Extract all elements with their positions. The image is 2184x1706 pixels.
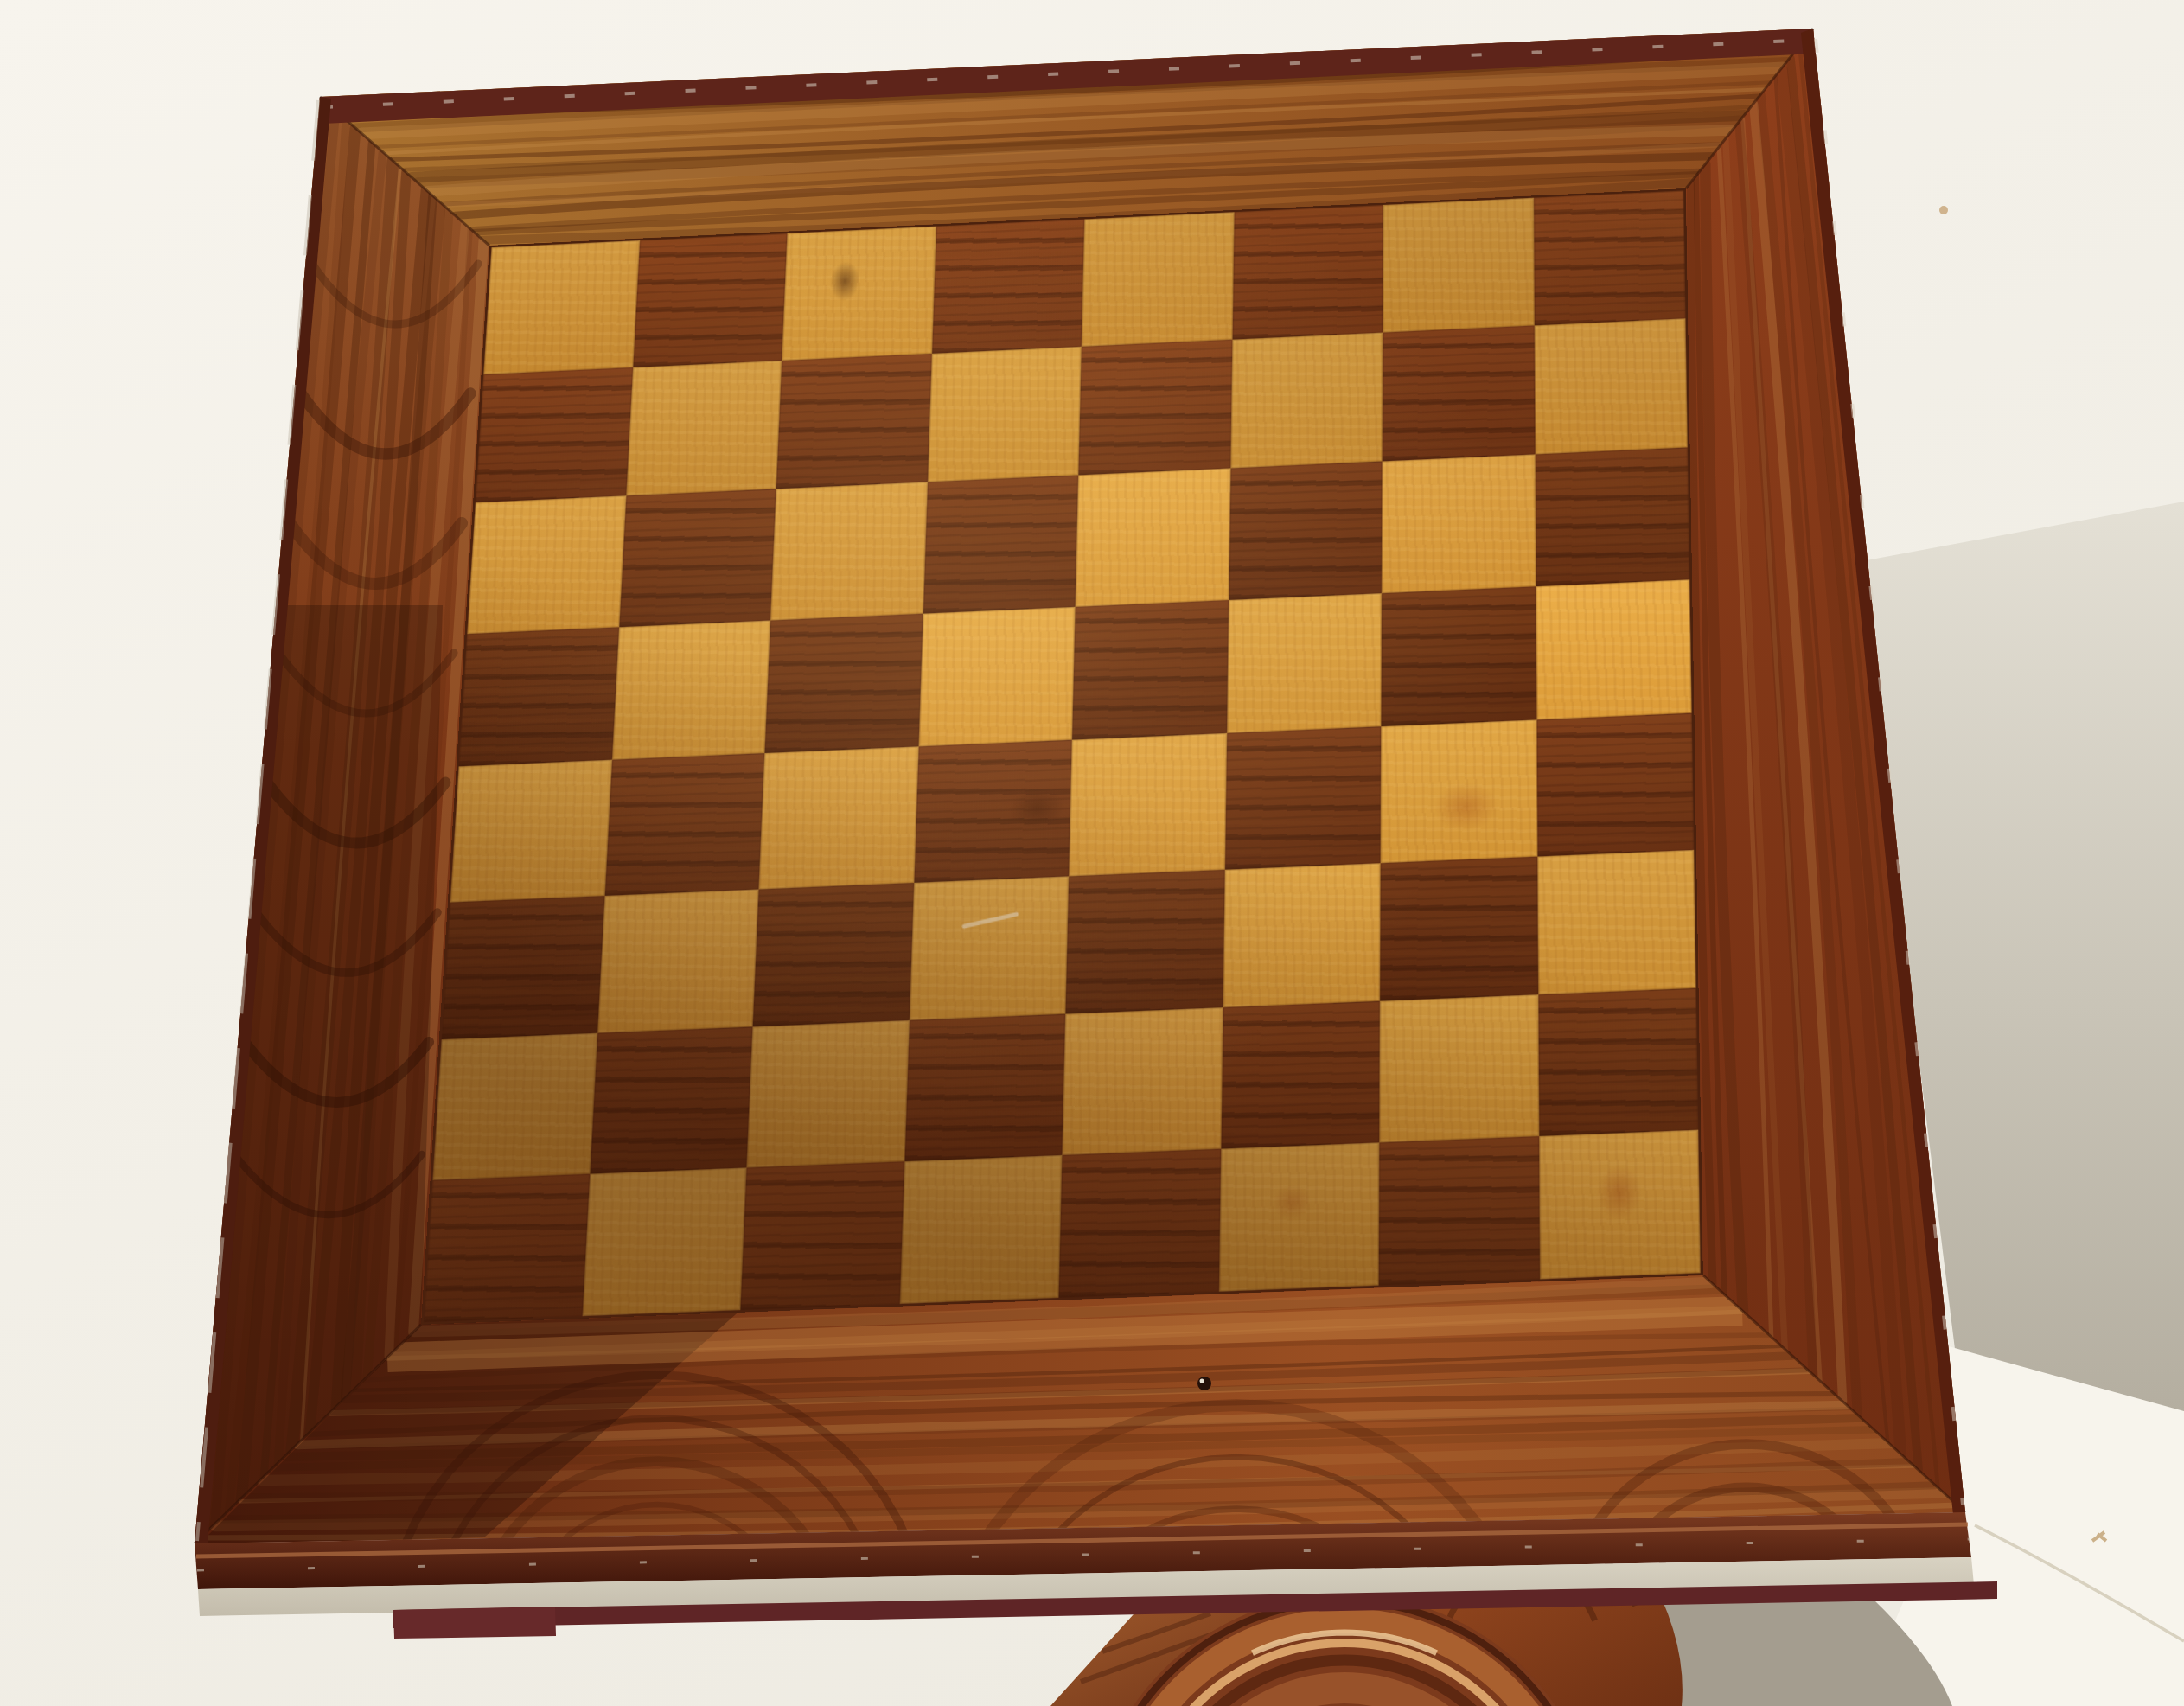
square-e2[interactable] (1062, 1007, 1222, 1154)
square-e4[interactable] (1069, 733, 1226, 876)
square-d5[interactable] (918, 606, 1076, 746)
stain-mark (1264, 1178, 1319, 1228)
square-d8[interactable] (931, 219, 1084, 353)
square-b6[interactable] (619, 489, 776, 626)
square-a3[interactable] (442, 895, 604, 1039)
square-f1[interactable] (1218, 1142, 1379, 1292)
knot-mark (997, 780, 1076, 838)
square-a6[interactable] (467, 495, 625, 633)
square-b1[interactable] (582, 1167, 747, 1316)
square-h3[interactable] (1537, 849, 1696, 994)
square-d4[interactable] (914, 740, 1072, 883)
square-c8[interactable] (782, 227, 936, 361)
chessboard (421, 188, 1703, 1325)
pin-hole-glint (1200, 1379, 1204, 1383)
square-f3[interactable] (1223, 863, 1381, 1008)
square-h8[interactable] (1533, 190, 1685, 324)
screenshot-root (0, 0, 2184, 1706)
square-d3[interactable] (909, 876, 1069, 1020)
smudge-mark (823, 252, 866, 310)
square-e6[interactable] (1076, 468, 1230, 606)
square-e1[interactable] (1058, 1148, 1220, 1298)
square-h6[interactable] (1535, 447, 1689, 585)
stain-mark (1421, 771, 1512, 843)
square-a4[interactable] (450, 760, 611, 902)
square-d1[interactable] (899, 1154, 1062, 1304)
square-c4[interactable] (759, 746, 918, 888)
square-c1[interactable] (740, 1161, 904, 1311)
square-f2[interactable] (1221, 1001, 1380, 1148)
square-a2[interactable] (433, 1033, 597, 1179)
square-c7[interactable] (776, 353, 932, 489)
square-g4[interactable] (1381, 719, 1537, 862)
square-f7[interactable] (1230, 332, 1383, 468)
square-h4[interactable] (1536, 713, 1694, 856)
square-e3[interactable] (1065, 869, 1224, 1013)
pin-hole (1197, 1377, 1211, 1390)
square-d2[interactable] (904, 1014, 1066, 1161)
square-a1[interactable] (424, 1173, 590, 1322)
square-b5[interactable] (611, 620, 770, 760)
square-h2[interactable] (1538, 988, 1699, 1136)
square-d7[interactable] (927, 346, 1082, 482)
square-e5[interactable] (1072, 599, 1229, 739)
square-f5[interactable] (1226, 593, 1382, 733)
square-f8[interactable] (1232, 205, 1383, 339)
square-b8[interactable] (633, 233, 788, 367)
square-c3[interactable] (753, 882, 914, 1026)
square-g3[interactable] (1380, 856, 1538, 1001)
square-f6[interactable] (1229, 461, 1383, 599)
square-e8[interactable] (1082, 212, 1234, 346)
square-g2[interactable] (1379, 994, 1538, 1141)
square-h5[interactable] (1536, 579, 1692, 720)
square-c6[interactable] (770, 482, 927, 619)
stain-mark (1587, 1153, 1650, 1232)
slide-notch-left (393, 1607, 556, 1639)
square-h7[interactable] (1534, 318, 1688, 455)
square-a7[interactable] (476, 367, 633, 502)
square-b3[interactable] (597, 889, 758, 1033)
square-h1[interactable] (1538, 1129, 1700, 1279)
square-b2[interactable] (590, 1026, 753, 1173)
square-c5[interactable] (764, 613, 923, 753)
square-b7[interactable] (626, 360, 782, 495)
scratch-mark (961, 911, 1019, 929)
square-g1[interactable] (1379, 1135, 1540, 1285)
square-a8[interactable] (483, 240, 639, 374)
square-g8[interactable] (1383, 198, 1534, 332)
square-c2[interactable] (746, 1020, 909, 1167)
square-g5[interactable] (1381, 586, 1536, 727)
square-a5[interactable] (459, 627, 619, 767)
square-g6[interactable] (1382, 454, 1536, 592)
square-e7[interactable] (1078, 339, 1232, 475)
square-d6[interactable] (923, 475, 1078, 613)
square-f4[interactable] (1224, 726, 1381, 869)
square-b4[interactable] (604, 753, 764, 895)
square-g7[interactable] (1383, 325, 1535, 462)
floor-speck (1939, 206, 1948, 214)
